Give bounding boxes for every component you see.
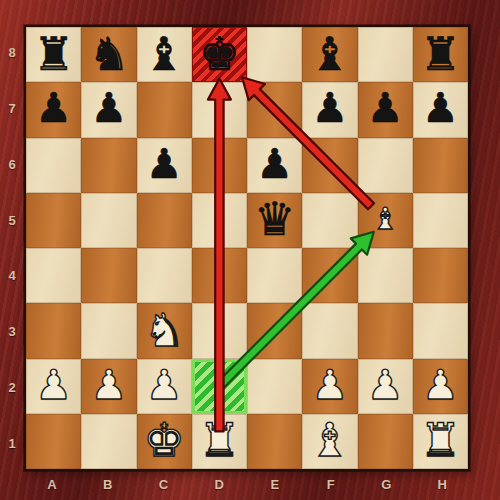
rank-labels: 87654321	[0, 25, 24, 471]
square-f2[interactable]: ♟	[302, 359, 357, 414]
square-e6[interactable]: ♟	[247, 138, 302, 193]
square-f8[interactable]: ♝	[302, 27, 357, 82]
square-b6[interactable]	[81, 138, 136, 193]
piece-white-pawn[interactable]: ♟	[367, 365, 404, 406]
piece-white-pawn[interactable]: ♟	[35, 365, 72, 406]
square-a7[interactable]: ♟	[26, 82, 81, 137]
square-c7[interactable]	[137, 82, 192, 137]
square-d6[interactable]	[192, 138, 247, 193]
square-f6[interactable]	[302, 138, 357, 193]
square-f7[interactable]: ♟	[302, 82, 357, 137]
file-labels: ABCDEFGH	[24, 471, 470, 498]
rank-label-4: 4	[0, 248, 24, 304]
square-b8[interactable]: ♞	[81, 27, 136, 82]
square-g7[interactable]: ♟	[358, 82, 413, 137]
square-d2[interactable]	[192, 359, 247, 414]
square-h6[interactable]	[413, 138, 468, 193]
piece-white-bishop[interactable]: ♝	[309, 417, 350, 463]
file-label-a: A	[24, 471, 80, 498]
rank-label-1: 1	[0, 415, 24, 471]
square-c6[interactable]: ♟	[137, 138, 192, 193]
square-h5[interactable]	[413, 193, 468, 248]
piece-black-pawn[interactable]: ♟	[367, 88, 404, 129]
square-f4[interactable]	[302, 248, 357, 303]
square-d5[interactable]	[192, 193, 247, 248]
square-a6[interactable]	[26, 138, 81, 193]
piece-black-rook[interactable]: ♜	[33, 31, 74, 77]
file-label-e: E	[247, 471, 303, 498]
square-h2[interactable]: ♟	[413, 359, 468, 414]
square-c1[interactable]: ♚	[137, 414, 192, 469]
piece-white-rook[interactable]: ♜	[420, 417, 461, 463]
square-c2[interactable]: ♟	[137, 359, 192, 414]
square-e2[interactable]	[247, 359, 302, 414]
square-e1[interactable]	[247, 414, 302, 469]
square-c4[interactable]	[137, 248, 192, 303]
rank-label-2: 2	[0, 360, 24, 416]
square-a2[interactable]: ♟	[26, 359, 81, 414]
piece-black-pawn[interactable]: ♟	[146, 144, 183, 185]
chess-diagram: 87654321 ♜♞♝♚♝♜♟♟♟♟♟♟♟♛♝♞♟♟♟♟♟♟♚♜♝♜ ABCD…	[0, 0, 500, 500]
piece-black-pawn[interactable]: ♟	[256, 144, 293, 185]
square-b3[interactable]	[81, 303, 136, 358]
rank-label-6: 6	[0, 137, 24, 193]
square-f1[interactable]: ♝	[302, 414, 357, 469]
piece-white-pawn[interactable]: ♟	[146, 365, 183, 406]
piece-black-pawn[interactable]: ♟	[90, 88, 127, 129]
file-label-g: G	[359, 471, 415, 498]
piece-white-pawn[interactable]: ♟	[422, 365, 459, 406]
square-a4[interactable]	[26, 248, 81, 303]
file-label-h: H	[414, 471, 470, 498]
file-label-f: F	[303, 471, 359, 498]
square-d1[interactable]: ♜	[192, 414, 247, 469]
square-g2[interactable]: ♟	[358, 359, 413, 414]
square-e7[interactable]	[247, 82, 302, 137]
square-h1[interactable]: ♜	[413, 414, 468, 469]
piece-white-bishop[interactable]: ♝	[372, 204, 399, 234]
piece-white-rook[interactable]: ♜	[199, 417, 240, 463]
square-b1[interactable]	[81, 414, 136, 469]
square-f3[interactable]	[302, 303, 357, 358]
square-c3[interactable]: ♞	[137, 303, 192, 358]
piece-black-pawn[interactable]: ♟	[422, 88, 459, 129]
square-e4[interactable]	[247, 248, 302, 303]
square-d4[interactable]	[192, 248, 247, 303]
square-a1[interactable]	[26, 414, 81, 469]
square-b7[interactable]: ♟	[81, 82, 136, 137]
square-h4[interactable]	[413, 248, 468, 303]
square-h3[interactable]	[413, 303, 468, 358]
square-h8[interactable]: ♜	[413, 27, 468, 82]
square-e5[interactable]: ♛	[247, 193, 302, 248]
square-c5[interactable]	[137, 193, 192, 248]
piece-black-knight[interactable]: ♞	[88, 31, 129, 77]
square-g6[interactable]	[358, 138, 413, 193]
square-g4[interactable]	[358, 248, 413, 303]
piece-white-pawn[interactable]: ♟	[90, 365, 127, 406]
rank-label-5: 5	[0, 192, 24, 248]
square-b5[interactable]	[81, 193, 136, 248]
chess-board: ♜♞♝♚♝♜♟♟♟♟♟♟♟♛♝♞♟♟♟♟♟♟♚♜♝♜	[24, 25, 470, 471]
piece-black-king[interactable]: ♚	[199, 31, 240, 77]
file-label-c: C	[136, 471, 192, 498]
file-label-d: D	[191, 471, 247, 498]
piece-white-king[interactable]: ♚	[144, 417, 185, 463]
square-g5[interactable]: ♝	[358, 193, 413, 248]
rank-label-3: 3	[0, 304, 24, 360]
square-g1[interactable]	[358, 414, 413, 469]
piece-black-pawn[interactable]: ♟	[35, 88, 72, 129]
piece-white-knight[interactable]: ♞	[144, 307, 185, 353]
file-label-b: B	[80, 471, 136, 498]
square-h7[interactable]: ♟	[413, 82, 468, 137]
square-a3[interactable]	[26, 303, 81, 358]
square-d7[interactable]	[192, 82, 247, 137]
piece-white-pawn[interactable]: ♟	[311, 365, 348, 406]
piece-black-bishop[interactable]: ♝	[144, 31, 185, 77]
rank-label-8: 8	[0, 25, 24, 81]
square-g8[interactable]	[358, 27, 413, 82]
square-b4[interactable]	[81, 248, 136, 303]
square-d3[interactable]	[192, 303, 247, 358]
square-e8[interactable]	[247, 27, 302, 82]
piece-black-pawn[interactable]: ♟	[311, 88, 348, 129]
piece-black-queen[interactable]: ♛	[254, 196, 295, 242]
piece-black-rook[interactable]: ♜	[420, 31, 461, 77]
square-g3[interactable]	[358, 303, 413, 358]
rank-label-7: 7	[0, 81, 24, 137]
square-b2[interactable]: ♟	[81, 359, 136, 414]
square-d8[interactable]: ♚	[192, 27, 247, 82]
square-a8[interactable]: ♜	[26, 27, 81, 82]
square-f5[interactable]	[302, 193, 357, 248]
piece-black-bishop[interactable]: ♝	[309, 31, 350, 77]
square-e3[interactable]	[247, 303, 302, 358]
square-c8[interactable]: ♝	[137, 27, 192, 82]
square-a5[interactable]	[26, 193, 81, 248]
